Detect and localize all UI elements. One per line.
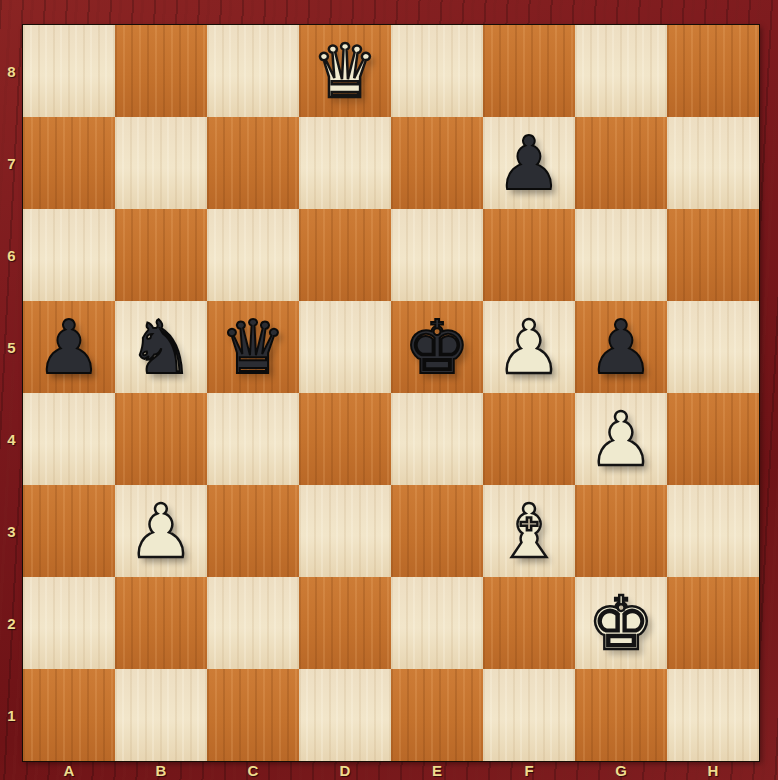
rank-label-1: 1 — [0, 669, 23, 761]
square-g7[interactable] — [575, 117, 667, 209]
file-label-e: E — [391, 760, 483, 780]
piece-black-queen-c5[interactable]: ♛ — [220, 301, 286, 393]
square-e1[interactable] — [391, 669, 483, 761]
square-a2[interactable] — [23, 577, 115, 669]
rank-label-7: 7 — [0, 117, 23, 209]
square-d6[interactable] — [299, 209, 391, 301]
square-g8[interactable] — [575, 25, 667, 117]
square-g6[interactable] — [575, 209, 667, 301]
chess-board: ♛♟♟♞♛♚♟♟♟♟♝♚ — [23, 25, 759, 761]
square-b1[interactable] — [115, 669, 207, 761]
square-a7[interactable] — [23, 117, 115, 209]
file-label-b: B — [115, 760, 207, 780]
file-label-h: H — [667, 760, 759, 780]
square-e7[interactable] — [391, 117, 483, 209]
square-f6[interactable] — [483, 209, 575, 301]
rank-label-3: 3 — [0, 485, 23, 577]
rank-label-6: 6 — [0, 209, 23, 301]
square-c3[interactable] — [207, 485, 299, 577]
square-f2[interactable] — [483, 577, 575, 669]
piece-black-king-e5[interactable]: ♚ — [404, 301, 470, 393]
square-c8[interactable] — [207, 25, 299, 117]
piece-black-pawn-f7[interactable]: ♟ — [496, 117, 562, 209]
square-f8[interactable] — [483, 25, 575, 117]
square-h8[interactable] — [667, 25, 759, 117]
file-label-d: D — [299, 760, 391, 780]
square-h5[interactable] — [667, 301, 759, 393]
square-d7[interactable] — [299, 117, 391, 209]
file-label-a: A — [23, 760, 115, 780]
square-d3[interactable] — [299, 485, 391, 577]
square-e5[interactable]: ♚ — [391, 301, 483, 393]
square-h7[interactable] — [667, 117, 759, 209]
square-a1[interactable] — [23, 669, 115, 761]
square-h1[interactable] — [667, 669, 759, 761]
piece-black-pawn-a5[interactable]: ♟ — [36, 301, 102, 393]
square-c4[interactable] — [207, 393, 299, 485]
file-label-f: F — [483, 760, 575, 780]
square-d5[interactable] — [299, 301, 391, 393]
square-h4[interactable] — [667, 393, 759, 485]
square-d1[interactable] — [299, 669, 391, 761]
square-f3[interactable]: ♝ — [483, 485, 575, 577]
square-b4[interactable] — [115, 393, 207, 485]
square-f4[interactable] — [483, 393, 575, 485]
square-g2[interactable]: ♚ — [575, 577, 667, 669]
piece-white-pawn-f5[interactable]: ♟ — [496, 301, 562, 393]
rank-label-2: 2 — [0, 577, 23, 669]
square-b6[interactable] — [115, 209, 207, 301]
square-e2[interactable] — [391, 577, 483, 669]
square-g5[interactable]: ♟ — [575, 301, 667, 393]
rank-label-8: 8 — [0, 25, 23, 117]
square-b8[interactable] — [115, 25, 207, 117]
square-g1[interactable] — [575, 669, 667, 761]
piece-black-knight-b5[interactable]: ♞ — [128, 301, 194, 393]
rank-label-4: 4 — [0, 393, 23, 485]
square-c2[interactable] — [207, 577, 299, 669]
square-a6[interactable] — [23, 209, 115, 301]
file-label-c: C — [207, 760, 299, 780]
square-d4[interactable] — [299, 393, 391, 485]
square-h3[interactable] — [667, 485, 759, 577]
square-e4[interactable] — [391, 393, 483, 485]
square-a8[interactable] — [23, 25, 115, 117]
square-g3[interactable] — [575, 485, 667, 577]
square-e6[interactable] — [391, 209, 483, 301]
rank-label-5: 5 — [0, 301, 23, 393]
piece-black-pawn-g5[interactable]: ♟ — [588, 301, 654, 393]
square-b3[interactable]: ♟ — [115, 485, 207, 577]
square-f1[interactable] — [483, 669, 575, 761]
square-d2[interactable] — [299, 577, 391, 669]
square-h2[interactable] — [667, 577, 759, 669]
square-c5[interactable]: ♛ — [207, 301, 299, 393]
piece-white-pawn-g4[interactable]: ♟ — [588, 393, 654, 485]
square-g4[interactable]: ♟ — [575, 393, 667, 485]
piece-white-pawn-b3[interactable]: ♟ — [128, 485, 194, 577]
square-e8[interactable] — [391, 25, 483, 117]
square-a5[interactable]: ♟ — [23, 301, 115, 393]
square-b5[interactable]: ♞ — [115, 301, 207, 393]
square-d8[interactable]: ♛ — [299, 25, 391, 117]
square-c6[interactable] — [207, 209, 299, 301]
piece-white-bishop-f3[interactable]: ♝ — [496, 485, 562, 577]
square-f5[interactable]: ♟ — [483, 301, 575, 393]
piece-white-queen-d8[interactable]: ♛ — [312, 25, 378, 117]
square-b2[interactable] — [115, 577, 207, 669]
piece-white-king-g2[interactable]: ♚ — [588, 577, 654, 669]
square-c7[interactable] — [207, 117, 299, 209]
square-c1[interactable] — [207, 669, 299, 761]
square-a4[interactable] — [23, 393, 115, 485]
square-f7[interactable]: ♟ — [483, 117, 575, 209]
square-h6[interactable] — [667, 209, 759, 301]
square-a3[interactable] — [23, 485, 115, 577]
file-label-g: G — [575, 760, 667, 780]
square-b7[interactable] — [115, 117, 207, 209]
square-e3[interactable] — [391, 485, 483, 577]
